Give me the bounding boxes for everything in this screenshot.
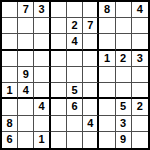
cell-r4c4[interactable] [51, 51, 67, 67]
cell-r4c7[interactable]: 1 [99, 51, 115, 67]
cell-r3c7[interactable] [99, 34, 115, 50]
cell-r1c1[interactable] [2, 2, 18, 18]
cell-r6c8[interactable] [116, 83, 132, 99]
cell-r3c4[interactable] [51, 34, 67, 50]
cell-r7c1[interactable] [2, 99, 18, 115]
cell-r3c9[interactable] [132, 34, 148, 50]
cell-r9c9[interactable] [132, 132, 148, 148]
cell-r4c1[interactable] [2, 51, 18, 67]
cell-r5c6[interactable] [83, 67, 99, 83]
cell-r4c6[interactable] [83, 51, 99, 67]
cell-r6c4[interactable] [51, 83, 67, 99]
cell-r7c5[interactable]: 6 [67, 99, 83, 115]
cell-r2c8[interactable] [116, 18, 132, 34]
cell-r3c3[interactable] [34, 34, 50, 50]
cell-r9c3[interactable]: 1 [34, 132, 50, 148]
cell-r4c2[interactable] [18, 51, 34, 67]
cell-r5c5[interactable] [67, 67, 83, 83]
cell-r5c8[interactable] [116, 67, 132, 83]
cell-r5c9[interactable] [132, 67, 148, 83]
cell-r7c2[interactable] [18, 99, 34, 115]
cell-r1c6[interactable] [83, 2, 99, 18]
cell-r5c2[interactable]: 9 [18, 67, 34, 83]
cell-r8c9[interactable] [132, 116, 148, 132]
cell-r5c1[interactable] [2, 67, 18, 83]
cell-r9c4[interactable] [51, 132, 67, 148]
sudoku-board: 738427412391454652843619 [0, 0, 150, 150]
cell-r5c4[interactable] [51, 67, 67, 83]
cell-r6c3[interactable] [34, 83, 50, 99]
cell-r2c6[interactable]: 7 [83, 18, 99, 34]
cell-r8c3[interactable] [34, 116, 50, 132]
cell-r1c7[interactable]: 8 [99, 2, 115, 18]
cell-r6c6[interactable] [83, 83, 99, 99]
cell-r2c4[interactable] [51, 18, 67, 34]
cell-r4c8[interactable]: 2 [116, 51, 132, 67]
cell-r6c5[interactable]: 5 [67, 83, 83, 99]
cell-r8c5[interactable] [67, 116, 83, 132]
cell-r2c3[interactable] [34, 18, 50, 34]
cell-r1c5[interactable] [67, 2, 83, 18]
cell-r1c9[interactable]: 4 [132, 2, 148, 18]
cell-r3c2[interactable] [18, 34, 34, 50]
cell-r9c7[interactable] [99, 132, 115, 148]
cell-r5c3[interactable] [34, 67, 50, 83]
cell-r2c9[interactable] [132, 18, 148, 34]
cell-r2c5[interactable]: 2 [67, 18, 83, 34]
cell-r6c9[interactable] [132, 83, 148, 99]
cell-r4c9[interactable]: 3 [132, 51, 148, 67]
cell-r9c2[interactable] [18, 132, 34, 148]
cell-r9c6[interactable] [83, 132, 99, 148]
cell-r2c7[interactable] [99, 18, 115, 34]
cell-r3c5[interactable]: 4 [67, 34, 83, 50]
cell-r1c8[interactable] [116, 2, 132, 18]
cell-r8c6[interactable]: 4 [83, 116, 99, 132]
cell-r7c9[interactable]: 2 [132, 99, 148, 115]
cell-r8c4[interactable] [51, 116, 67, 132]
cell-r7c4[interactable] [51, 99, 67, 115]
cell-r2c1[interactable] [2, 18, 18, 34]
cell-r7c8[interactable]: 5 [116, 99, 132, 115]
cell-r1c3[interactable]: 3 [34, 2, 50, 18]
cell-r7c6[interactable] [83, 99, 99, 115]
cell-r3c8[interactable] [116, 34, 132, 50]
cell-r4c3[interactable] [34, 51, 50, 67]
cell-r2c2[interactable] [18, 18, 34, 34]
cell-r1c4[interactable] [51, 2, 67, 18]
cell-r8c8[interactable]: 3 [116, 116, 132, 132]
cell-r9c5[interactable] [67, 132, 83, 148]
cell-r3c6[interactable] [83, 34, 99, 50]
cell-r9c8[interactable]: 9 [116, 132, 132, 148]
cell-r6c7[interactable] [99, 83, 115, 99]
cell-r7c7[interactable] [99, 99, 115, 115]
cell-r1c2[interactable]: 7 [18, 2, 34, 18]
cell-r4c5[interactable] [67, 51, 83, 67]
cell-r7c3[interactable]: 4 [34, 99, 50, 115]
cell-r8c1[interactable]: 8 [2, 116, 18, 132]
cell-r3c1[interactable] [2, 34, 18, 50]
cell-r5c7[interactable] [99, 67, 115, 83]
cell-r9c1[interactable]: 6 [2, 132, 18, 148]
cell-r6c2[interactable]: 4 [18, 83, 34, 99]
cell-r8c2[interactable] [18, 116, 34, 132]
cell-r8c7[interactable] [99, 116, 115, 132]
cell-r6c1[interactable]: 1 [2, 83, 18, 99]
